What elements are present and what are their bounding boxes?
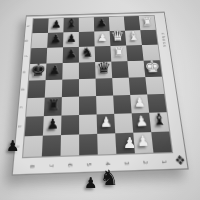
file-label-b: b bbox=[10, 125, 29, 129]
square-h6[interactable]: ♝ bbox=[63, 18, 78, 33]
square-d5[interactable] bbox=[79, 79, 96, 97]
square-f5[interactable]: ♞ bbox=[79, 46, 95, 62]
captured-black-knight: ♞ bbox=[100, 168, 119, 189]
square-e8[interactable]: ♚ bbox=[29, 64, 47, 81]
captured-black-pawn: ♟ bbox=[84, 176, 97, 191]
square-e6[interactable] bbox=[62, 63, 79, 80]
piece-black-pawn-f6[interactable]: ♟ bbox=[65, 48, 76, 60]
piece-black-pawn-b7[interactable]: ♟ bbox=[46, 116, 58, 131]
piece-black-rook-c7[interactable]: ♜ bbox=[46, 98, 60, 112]
piece-white-pawn-a2[interactable]: ♟ bbox=[136, 133, 150, 148]
square-d2[interactable] bbox=[129, 77, 147, 95]
piece-black-pawn-h4[interactable]: ♟ bbox=[96, 18, 107, 28]
brand-text: chess bbox=[161, 33, 168, 48]
square-d6[interactable] bbox=[62, 79, 79, 97]
piece-white-queen-g3[interactable]: ♛ bbox=[110, 29, 125, 43]
square-h5[interactable] bbox=[79, 17, 94, 32]
piece-white-pawn-c2[interactable]: ♟ bbox=[133, 96, 146, 109]
square-g2[interactable]: ♝ bbox=[125, 30, 142, 45]
square-b3[interactable] bbox=[114, 113, 133, 133]
chess-board: ♟♝♟♜♟♟♟♛♝♟♞♜♚♟♛♚♜♟♟♟♟♝♟ 87654321 hgfedcb… bbox=[12, 12, 189, 176]
board-grid: ♟♝♟♜♟♟♟♛♝♟♞♜♚♟♛♚♜♟♟♟♟♝♟ bbox=[23, 16, 172, 157]
square-h4[interactable]: ♟ bbox=[94, 17, 110, 32]
piece-white-king-e1[interactable]: ♚ bbox=[144, 58, 161, 75]
piece-black-knight-f5[interactable]: ♞ bbox=[80, 46, 93, 59]
rank-label-5: 5 bbox=[85, 154, 92, 175]
square-c5[interactable] bbox=[79, 96, 97, 115]
piece-white-pawn-b2[interactable]: ♟ bbox=[134, 114, 148, 129]
file-label-d: d bbox=[14, 88, 32, 91]
square-a5[interactable] bbox=[79, 134, 98, 155]
piece-black-bishop-b1[interactable]: ♝ bbox=[151, 112, 167, 128]
piece-black-queen-e4[interactable]: ♛ bbox=[96, 60, 111, 76]
square-a4[interactable] bbox=[97, 133, 116, 154]
square-e2[interactable] bbox=[127, 61, 145, 78]
photo-scene: ♟♝♟♜♟♟♟♛♝♟♞♜♚♟♛♚♜♟♟♟♟♝♟ 87654321 hgfedcb… bbox=[0, 0, 200, 200]
square-g7[interactable]: ♟ bbox=[47, 32, 63, 47]
square-g1[interactable] bbox=[140, 30, 157, 45]
square-c3[interactable] bbox=[113, 95, 132, 114]
rank-label-3: 3 bbox=[122, 153, 130, 174]
square-d7[interactable] bbox=[45, 80, 63, 98]
square-f3[interactable]: ♜ bbox=[110, 46, 127, 62]
square-c6[interactable] bbox=[61, 97, 79, 116]
square-d3[interactable] bbox=[112, 78, 130, 96]
piece-white-rook-f3[interactable]: ♜ bbox=[113, 46, 125, 58]
piece-white-rook-h1[interactable]: ♜ bbox=[141, 16, 154, 27]
rank-label-7: 7 bbox=[47, 155, 54, 176]
piece-black-pawn-g6[interactable]: ♟ bbox=[65, 33, 76, 44]
square-g4[interactable]: ♟ bbox=[94, 31, 110, 46]
piece-white-bishop-g2[interactable]: ♝ bbox=[126, 30, 140, 43]
piece-white-pawn-b4[interactable]: ♟ bbox=[100, 115, 112, 129]
square-a6[interactable] bbox=[61, 134, 80, 155]
piece-black-pawn-g7[interactable]: ♟ bbox=[50, 33, 61, 44]
square-e5[interactable] bbox=[79, 62, 96, 79]
square-g6[interactable]: ♟ bbox=[63, 32, 79, 47]
piece-black-king-e8[interactable]: ♚ bbox=[30, 61, 46, 78]
captured-white-pawn: ♟ bbox=[123, 136, 136, 151]
square-c4[interactable] bbox=[96, 95, 114, 114]
square-b7[interactable]: ♟ bbox=[43, 116, 62, 136]
square-e4[interactable]: ♛ bbox=[95, 62, 112, 79]
square-c7[interactable]: ♜ bbox=[44, 97, 62, 116]
compass-logo-icon: ❖ bbox=[172, 153, 189, 170]
piece-black-pawn-e7[interactable]: ♟ bbox=[48, 64, 60, 76]
piece-black-bishop-h6[interactable]: ♝ bbox=[65, 17, 77, 29]
square-h7[interactable]: ♟ bbox=[48, 18, 64, 33]
square-e1[interactable]: ♚ bbox=[144, 60, 162, 77]
rank-label-6: 6 bbox=[66, 155, 73, 176]
square-f6[interactable]: ♟ bbox=[63, 47, 79, 63]
piece-white-pawn-g4[interactable]: ♟ bbox=[97, 32, 108, 43]
square-d1[interactable] bbox=[145, 77, 164, 95]
rank-label-1: 1 bbox=[159, 152, 168, 173]
square-f2[interactable] bbox=[126, 45, 143, 61]
square-e7[interactable]: ♟ bbox=[46, 63, 63, 80]
square-e3[interactable] bbox=[111, 61, 128, 78]
square-f7[interactable] bbox=[46, 47, 63, 63]
square-b5[interactable] bbox=[79, 114, 97, 134]
rank-label-8: 8 bbox=[28, 156, 36, 177]
square-g3[interactable]: ♛ bbox=[110, 31, 127, 46]
square-a7[interactable] bbox=[42, 135, 61, 156]
file-label-h: h bbox=[20, 25, 36, 28]
square-d4[interactable] bbox=[96, 78, 114, 96]
rank-label-2: 2 bbox=[141, 152, 150, 173]
piece-black-pawn-h7[interactable]: ♟ bbox=[50, 19, 61, 29]
square-b2[interactable]: ♟ bbox=[132, 113, 152, 133]
square-b4[interactable]: ♟ bbox=[97, 114, 116, 134]
file-label-g: g bbox=[18, 39, 35, 42]
square-c2[interactable]: ♟ bbox=[130, 94, 149, 113]
captured-black-pawn: ♟ bbox=[6, 139, 19, 154]
square-h1[interactable]: ♜ bbox=[139, 16, 156, 31]
square-b1[interactable]: ♝ bbox=[149, 112, 169, 132]
square-a1[interactable] bbox=[151, 132, 172, 153]
square-b6[interactable] bbox=[61, 115, 79, 135]
